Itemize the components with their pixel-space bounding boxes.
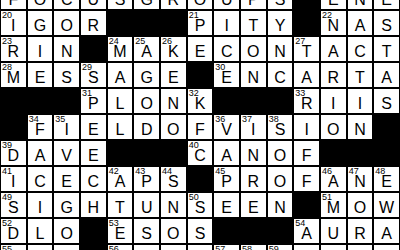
- cell-letter: F: [8, 0, 18, 9]
- cell-letter: I: [224, 16, 228, 35]
- grid-cell[interactable]: 43P: [133, 166, 160, 192]
- grid-cell[interactable]: 53E: [107, 218, 134, 244]
- cell-letter: C: [61, 0, 73, 9]
- block-cell: [160, 10, 187, 36]
- cell-letter: E: [328, 0, 339, 9]
- clue-number: 43: [135, 167, 145, 176]
- grid-cell[interactable]: 39D: [0, 140, 27, 166]
- cell-letter: O: [167, 120, 179, 139]
- cell-letter: O: [274, 146, 286, 165]
- cell-letter: C: [88, 172, 100, 191]
- cell-letter: G: [60, 198, 72, 217]
- cell-letter: L: [116, 120, 125, 139]
- grid-cell[interactable]: I: [347, 88, 374, 114]
- grid-cell[interactable]: [293, 244, 320, 250]
- grid-cell[interactable]: S: [373, 88, 400, 114]
- clue-number: 40: [189, 141, 199, 150]
- grid-cell[interactable]: A: [373, 218, 400, 244]
- cell-letter: N: [168, 94, 180, 113]
- cell-letter: T: [355, 68, 365, 87]
- grid-cell[interactable]: O: [53, 10, 80, 36]
- grid-cell[interactable]: E: [213, 192, 240, 218]
- cell-letter: N: [274, 198, 286, 217]
- grid-cell[interactable]: 46A: [320, 166, 347, 192]
- cell-letter: O: [167, 224, 179, 243]
- cell-letter: O: [140, 94, 152, 113]
- grid-cell[interactable]: E: [187, 36, 214, 62]
- grid-cell[interactable]: C: [213, 36, 240, 62]
- clue-number: 41: [2, 167, 12, 176]
- crossword-grid: FOCUSGROUPSENE20IGOR21PITY22NAS23RIN24M2…: [0, 0, 400, 250]
- cell-letter: E: [248, 198, 259, 217]
- cell-letter: S: [381, 94, 392, 113]
- cell-letter: O: [354, 198, 366, 217]
- cell-letter: R: [168, 0, 180, 9]
- grid-cell[interactable]: [320, 244, 347, 250]
- clue-number: 50: [189, 193, 199, 202]
- block-cell: [373, 140, 400, 166]
- grid-cell[interactable]: 52D: [0, 218, 27, 244]
- block-cell: [320, 140, 347, 166]
- cell-letter: O: [60, 16, 72, 35]
- cell-letter: A: [381, 68, 392, 87]
- grid-cell[interactable]: A: [293, 62, 320, 88]
- grid-cell[interactable]: O: [320, 114, 347, 140]
- grid-cell[interactable]: G: [133, 0, 160, 10]
- cell-letter: N: [354, 0, 366, 9]
- clue-number: 32: [189, 89, 199, 98]
- block-cell: [187, 166, 214, 192]
- cell-letter: G: [34, 16, 46, 35]
- cell-letter: O: [60, 224, 72, 243]
- block-cell: [267, 218, 294, 244]
- cell-letter: E: [168, 68, 179, 87]
- grid-cell[interactable]: V: [53, 140, 80, 166]
- clue-number: 44: [162, 167, 172, 176]
- cell-letter: S: [115, 0, 126, 9]
- grid-cell[interactable]: [27, 244, 54, 250]
- block-cell: [107, 10, 134, 36]
- clue-number: 37: [242, 115, 252, 124]
- cell-letter: N: [274, 42, 286, 61]
- clue-number: 52: [2, 219, 12, 228]
- block-cell: [80, 36, 107, 62]
- grid-cell[interactable]: U: [213, 0, 240, 10]
- grid-cell[interactable]: N: [53, 36, 80, 62]
- cell-letter: N: [354, 120, 366, 139]
- cell-letter: H: [88, 198, 100, 217]
- cell-letter: T: [115, 198, 125, 217]
- grid-cell[interactable]: S: [373, 10, 400, 36]
- cell-letter: O: [34, 0, 46, 9]
- grid-cell[interactable]: A: [213, 140, 240, 166]
- grid-cell[interactable]: N: [160, 88, 187, 114]
- grid-cell[interactable]: 45P: [213, 166, 240, 192]
- clue-number: 45: [215, 167, 225, 176]
- grid-cell[interactable]: C: [27, 166, 54, 192]
- clue-number: 22: [322, 11, 332, 20]
- grid-cell[interactable]: S: [267, 0, 294, 10]
- grid-cell[interactable]: O: [160, 218, 187, 244]
- grid-cell[interactable]: D: [133, 114, 160, 140]
- block-cell: [80, 218, 107, 244]
- clue-number: 56: [109, 245, 119, 250]
- grid-cell[interactable]: T: [107, 192, 134, 218]
- grid-cell[interactable]: R: [160, 0, 187, 10]
- cell-letter: C: [274, 68, 286, 87]
- grid-cell[interactable]: F: [293, 140, 320, 166]
- grid-cell[interactable]: E: [80, 140, 107, 166]
- grid-cell[interactable]: O: [267, 140, 294, 166]
- grid-cell[interactable]: E: [27, 62, 54, 88]
- grid-cell[interactable]: U: [320, 218, 347, 244]
- grid-cell[interactable]: 27T: [293, 36, 320, 62]
- grid-cell[interactable]: 22N: [320, 10, 347, 36]
- grid-cell[interactable]: 41I: [0, 166, 27, 192]
- grid-cell[interactable]: E: [80, 114, 107, 140]
- cell-letter: E: [381, 0, 392, 9]
- clue-number: 20: [2, 11, 12, 20]
- grid-cell[interactable]: 56: [107, 244, 134, 250]
- cell-letter: U: [88, 0, 100, 9]
- clue-number: 29: [82, 63, 92, 72]
- grid-cell[interactable]: A: [347, 10, 374, 36]
- cell-letter: I: [358, 94, 362, 113]
- clue-number: 27: [295, 37, 305, 46]
- grid-cell[interactable]: T: [240, 10, 267, 36]
- cell-letter: S: [275, 0, 286, 9]
- cell-letter: O: [194, 0, 206, 9]
- grid-cell[interactable]: G: [133, 62, 160, 88]
- cell-letter: S: [61, 68, 72, 87]
- block-cell: [0, 114, 27, 140]
- cell-letter: N: [248, 68, 260, 87]
- grid-cell[interactable]: [187, 244, 214, 250]
- grid-cell[interactable]: E: [373, 0, 400, 10]
- grid-cell[interactable]: O: [53, 218, 80, 244]
- clue-number: 46: [322, 167, 332, 176]
- grid-cell[interactable]: U: [80, 0, 107, 10]
- grid-cell[interactable]: A: [107, 62, 134, 88]
- grid-cell[interactable]: [133, 244, 160, 250]
- clue-number: 26: [162, 37, 172, 46]
- grid-cell[interactable]: I: [293, 114, 320, 140]
- clue-number: 53: [109, 219, 119, 228]
- block-cell: [53, 88, 80, 114]
- cell-letter: N: [168, 198, 180, 217]
- cell-letter: T: [248, 16, 258, 35]
- grid-cell[interactable]: R: [347, 218, 374, 244]
- cell-letter: I: [38, 42, 42, 61]
- cell-letter: E: [88, 120, 99, 139]
- cell-letter: I: [38, 198, 42, 217]
- grid-cell[interactable]: C: [267, 62, 294, 88]
- cell-letter: W: [379, 198, 394, 217]
- cell-letter: L: [116, 94, 125, 113]
- cell-letter: T: [382, 42, 392, 61]
- cell-letter: N: [248, 146, 260, 165]
- block-cell: [267, 88, 294, 114]
- grid-cell[interactable]: S: [187, 218, 214, 244]
- grid-cell[interactable]: 55: [0, 244, 27, 250]
- grid-cell[interactable]: G: [27, 10, 54, 36]
- clue-number: 31: [82, 89, 92, 98]
- grid-cell[interactable]: E: [160, 62, 187, 88]
- block-cell: [347, 140, 374, 166]
- grid-cell[interactable]: I: [27, 192, 54, 218]
- cell-letter: F: [302, 146, 312, 165]
- clue-number: 48: [375, 167, 385, 176]
- cell-letter: P: [248, 0, 259, 9]
- grid-cell[interactable]: 26K: [160, 36, 187, 62]
- clue-number: 57: [215, 245, 225, 250]
- block-cell: [187, 62, 214, 88]
- grid-cell[interactable]: N: [267, 192, 294, 218]
- cell-letter: L: [36, 224, 45, 243]
- grid-cell[interactable]: 32K: [187, 88, 214, 114]
- cell-letter: E: [88, 146, 99, 165]
- grid-cell[interactable]: N: [347, 0, 374, 10]
- block-cell: [213, 218, 240, 244]
- block-cell: [133, 10, 160, 36]
- block-cell: [293, 0, 320, 10]
- clue-number: 28: [2, 63, 12, 72]
- grid-cell[interactable]: 51M: [320, 192, 347, 218]
- grid-cell[interactable]: L: [107, 88, 134, 114]
- grid-cell[interactable]: G: [53, 192, 80, 218]
- grid-cell[interactable]: E: [53, 166, 80, 192]
- grid-cell[interactable]: 36V: [213, 114, 240, 140]
- grid-cell[interactable]: [373, 244, 400, 250]
- grid-cell[interactable]: C: [347, 36, 374, 62]
- grid-cell[interactable]: A: [27, 140, 54, 166]
- grid-cell[interactable]: C: [53, 0, 80, 10]
- cell-letter: F: [302, 172, 312, 191]
- cell-letter: A: [35, 146, 46, 165]
- grid-cell[interactable]: 38S: [267, 114, 294, 140]
- grid-cell[interactable]: N: [240, 62, 267, 88]
- cell-letter: S: [195, 224, 206, 243]
- block-cell: [373, 114, 400, 140]
- grid-cell[interactable]: 40C: [187, 140, 214, 166]
- grid-cell[interactable]: 35I: [53, 114, 80, 140]
- grid-cell[interactable]: 29S: [80, 62, 107, 88]
- grid-cell[interactable]: 31P: [80, 88, 107, 114]
- cell-letter: E: [61, 172, 72, 191]
- block-cell: [293, 10, 320, 36]
- grid-cell[interactable]: F: [0, 0, 27, 10]
- grid-cell[interactable]: A: [320, 36, 347, 62]
- clue-number: 49: [2, 193, 12, 202]
- grid-cell[interactable]: O: [267, 166, 294, 192]
- grid-cell[interactable]: E: [240, 192, 267, 218]
- grid-cell[interactable]: N: [267, 36, 294, 62]
- clue-number: 59: [269, 245, 279, 250]
- grid-cell[interactable]: 28M: [0, 62, 27, 88]
- clue-number: 47: [349, 167, 359, 176]
- grid-cell[interactable]: U: [133, 192, 160, 218]
- grid-cell[interactable]: N: [347, 114, 374, 140]
- clue-number: 42: [109, 167, 119, 176]
- clue-number: 39: [2, 141, 12, 150]
- grid-cell[interactable]: S: [107, 0, 134, 10]
- grid-cell[interactable]: I: [213, 10, 240, 36]
- grid-cell[interactable]: [160, 244, 187, 250]
- clue-number: 24: [109, 37, 119, 46]
- grid-cell[interactable]: 23R: [0, 36, 27, 62]
- cell-letter: A: [328, 42, 339, 61]
- cell-letter: C: [221, 42, 233, 61]
- grid-cell[interactable]: A: [373, 62, 400, 88]
- grid-cell[interactable]: 57: [213, 244, 240, 250]
- clue-number: 34: [29, 115, 39, 124]
- clue-number: 55: [2, 245, 12, 250]
- grid-cell[interactable]: L: [107, 114, 134, 140]
- cell-letter: S: [381, 16, 392, 35]
- cell-letter: U: [328, 224, 340, 243]
- block-cell: [27, 88, 54, 114]
- block-cell: [107, 140, 134, 166]
- cell-letter: E: [195, 42, 206, 61]
- cell-letter: A: [115, 68, 126, 87]
- cell-letter: R: [354, 224, 366, 243]
- grid-cell[interactable]: 42A: [107, 166, 134, 192]
- clue-number: 25: [135, 37, 145, 46]
- cell-letter: I: [331, 94, 335, 113]
- cell-letter: U: [141, 198, 153, 217]
- grid-cell[interactable]: R: [240, 166, 267, 192]
- grid-cell[interactable]: S: [133, 218, 160, 244]
- cell-letter: O: [274, 172, 286, 191]
- cell-letter: C: [34, 172, 46, 191]
- grid-cell[interactable]: O: [187, 0, 214, 10]
- grid-cell[interactable]: 33R: [293, 88, 320, 114]
- grid-cell[interactable]: T: [347, 62, 374, 88]
- cell-letter: Y: [275, 16, 286, 35]
- cell-letter: R: [248, 172, 260, 191]
- cell-letter: O: [247, 42, 259, 61]
- clue-number: 51: [322, 193, 332, 202]
- grid-cell[interactable]: C: [80, 166, 107, 192]
- clue-number: 30: [215, 63, 225, 72]
- cell-letter: D: [141, 120, 153, 139]
- grid-cell[interactable]: W: [373, 192, 400, 218]
- block-cell: [213, 88, 240, 114]
- clue-number: 38: [269, 115, 279, 124]
- clue-number: 54: [295, 219, 305, 228]
- cell-letter: A: [355, 16, 366, 35]
- grid-cell[interactable]: O: [240, 36, 267, 62]
- grid-cell[interactable]: [53, 244, 80, 250]
- block-cell: [160, 140, 187, 166]
- cell-letter: I: [304, 120, 308, 139]
- grid-cell[interactable]: N: [160, 192, 187, 218]
- block-cell: [133, 140, 160, 166]
- grid-cell[interactable]: T: [373, 36, 400, 62]
- block-cell: [0, 88, 27, 114]
- cell-letter: G: [140, 68, 152, 87]
- block-cell: [293, 192, 320, 218]
- cell-letter: E: [35, 68, 46, 87]
- clue-number: 36: [215, 115, 225, 124]
- grid-cell[interactable]: O: [160, 114, 187, 140]
- grid-cell[interactable]: S: [53, 62, 80, 88]
- grid-cell[interactable]: F: [293, 166, 320, 192]
- grid-cell[interactable]: R: [80, 10, 107, 36]
- grid-cell[interactable]: H: [80, 192, 107, 218]
- grid-cell[interactable]: 58: [240, 244, 267, 250]
- grid-cell[interactable]: O: [27, 0, 54, 10]
- block-cell: [240, 88, 267, 114]
- clue-number: 58: [242, 245, 252, 250]
- grid-cell[interactable]: I: [320, 88, 347, 114]
- cell-letter: A: [221, 146, 232, 165]
- grid-cell[interactable]: E: [320, 0, 347, 10]
- grid-cell[interactable]: O: [133, 88, 160, 114]
- grid-cell[interactable]: 37I: [240, 114, 267, 140]
- grid-cell[interactable]: 25A: [133, 36, 160, 62]
- cell-letter: G: [140, 0, 152, 9]
- cell-letter: N: [61, 42, 73, 61]
- clue-number: 35: [55, 115, 65, 124]
- grid-cell[interactable]: 54A: [293, 218, 320, 244]
- cell-letter: C: [354, 42, 366, 61]
- grid-cell[interactable]: 50S: [187, 192, 214, 218]
- cell-letter: E: [221, 198, 232, 217]
- cell-letter: A: [301, 68, 312, 87]
- grid-cell[interactable]: 34F: [27, 114, 54, 140]
- cell-letter: R: [328, 68, 340, 87]
- grid-cell[interactable]: 49S: [0, 192, 27, 218]
- grid-cell[interactable]: 47N: [347, 166, 374, 192]
- grid-cell[interactable]: 30E: [213, 62, 240, 88]
- grid-cell[interactable]: F: [187, 114, 214, 140]
- clue-number: 21: [189, 11, 199, 20]
- grid-cell[interactable]: P: [240, 0, 267, 10]
- grid-cell[interactable]: O: [347, 192, 374, 218]
- grid-cell[interactable]: [347, 244, 374, 250]
- grid-cell[interactable]: 48E: [373, 166, 400, 192]
- cell-letter: A: [381, 224, 392, 243]
- grid-cell[interactable]: 44S: [160, 166, 187, 192]
- grid-cell[interactable]: Y: [267, 10, 294, 36]
- grid-cell[interactable]: L: [27, 218, 54, 244]
- clue-number: 23: [2, 37, 12, 46]
- grid-cell[interactable]: N: [240, 140, 267, 166]
- block-cell: [240, 218, 267, 244]
- grid-cell[interactable]: I: [27, 36, 54, 62]
- grid-cell[interactable]: 21P: [187, 10, 214, 36]
- grid-cell[interactable]: 20I: [0, 10, 27, 36]
- cell-letter: S: [141, 224, 152, 243]
- grid-cell[interactable]: R: [320, 62, 347, 88]
- cell-letter: U: [221, 0, 233, 9]
- cell-letter: R: [88, 16, 100, 35]
- clue-number: 33: [295, 89, 305, 98]
- block-cell: [80, 244, 107, 250]
- cell-letter: V: [61, 146, 72, 165]
- grid-cell[interactable]: 24M: [107, 36, 134, 62]
- cell-letter: F: [195, 120, 205, 139]
- grid-cell[interactable]: 59: [267, 244, 294, 250]
- cell-letter: O: [327, 120, 339, 139]
